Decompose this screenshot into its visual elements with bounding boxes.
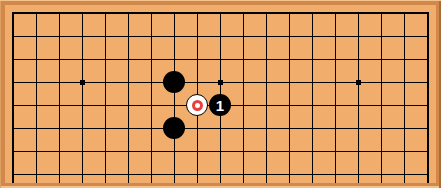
black-stone <box>163 71 185 93</box>
go-board: 1 <box>5 5 436 183</box>
star-point <box>356 80 361 85</box>
star-point <box>218 80 223 85</box>
black-stone: 1 <box>209 94 231 116</box>
black-stone <box>163 117 185 139</box>
white-stone <box>186 94 208 116</box>
go-board-frame: 1 <box>0 0 441 188</box>
stone-move-number: 1 <box>216 98 224 113</box>
goban-grid: 1 <box>5 5 436 183</box>
circle-marker-icon <box>192 100 203 111</box>
star-point <box>80 80 85 85</box>
